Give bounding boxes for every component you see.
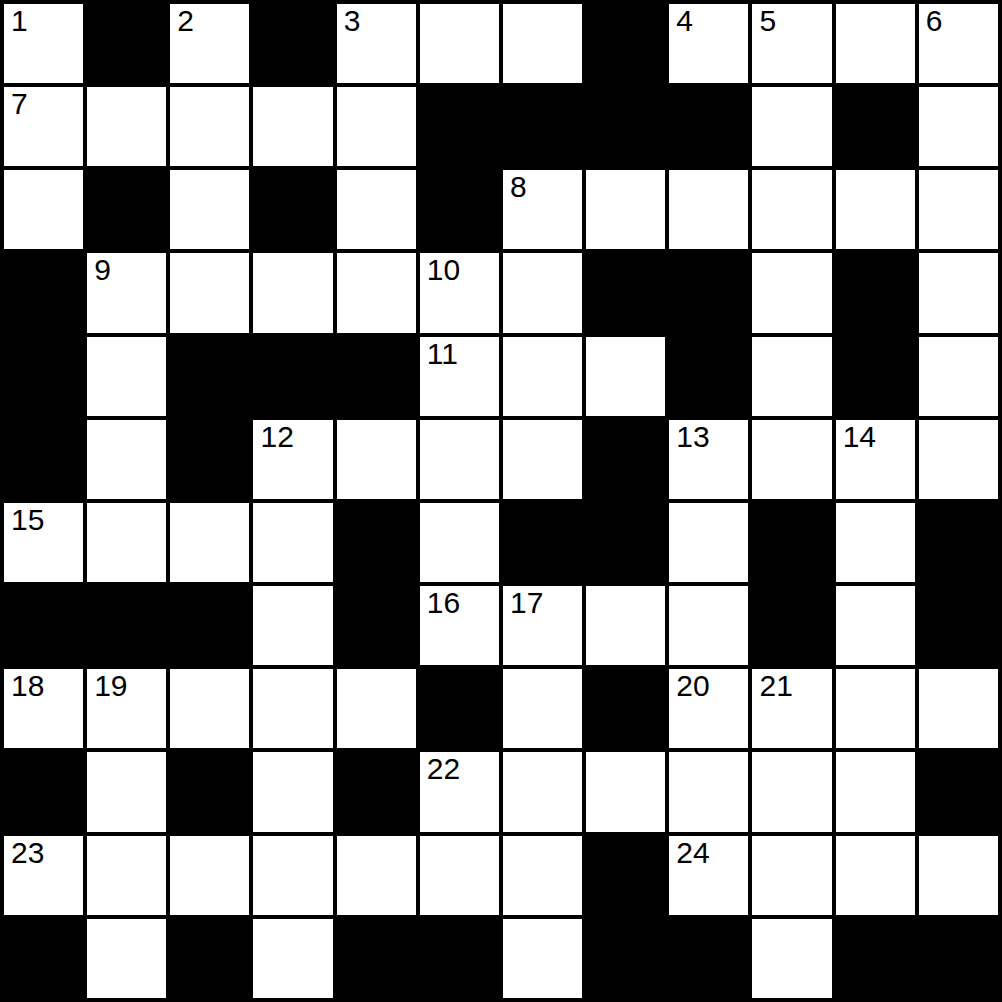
white-cell-r3c11[interactable]: [919, 253, 998, 332]
white-cell-r11c6[interactable]: [503, 919, 582, 998]
clue-number-20: 20: [676, 671, 709, 701]
white-cell-r0c4[interactable]: 3: [337, 4, 416, 83]
white-cell-r3c5[interactable]: 10: [420, 253, 499, 332]
white-cell-r6c0[interactable]: 15: [4, 503, 83, 582]
clue-number-22: 22: [427, 754, 460, 784]
black-cell-r5c2: [170, 420, 249, 499]
clue-number-14: 14: [843, 422, 876, 452]
white-cell-r10c5[interactable]: [420, 836, 499, 915]
white-cell-r10c1[interactable]: [87, 836, 166, 915]
clue-number-23: 23: [11, 838, 44, 868]
white-cell-r2c0[interactable]: [4, 170, 83, 249]
white-cell-r0c2[interactable]: 2: [170, 4, 249, 83]
white-cell-r7c7[interactable]: [586, 586, 665, 665]
white-cell-r2c6[interactable]: 8: [503, 170, 582, 249]
white-cell-r3c2[interactable]: [170, 253, 249, 332]
white-cell-r1c2[interactable]: [170, 87, 249, 166]
white-cell-r4c7[interactable]: [586, 337, 665, 416]
white-cell-r8c2[interactable]: [170, 669, 249, 748]
white-cell-r10c10[interactable]: [836, 836, 915, 915]
black-cell-r11c0: [4, 919, 83, 998]
black-cell-r11c2: [170, 919, 249, 998]
black-cell-r1c10: [836, 87, 915, 166]
white-cell-r5c9[interactable]: [752, 420, 831, 499]
white-cell-r11c3[interactable]: [253, 919, 332, 998]
black-cell-r6c11: [919, 503, 998, 582]
black-cell-r7c4: [337, 586, 416, 665]
white-cell-r8c9[interactable]: 21: [752, 669, 831, 748]
white-cell-r4c6[interactable]: [503, 337, 582, 416]
black-cell-r11c7: [586, 919, 665, 998]
white-cell-r9c10[interactable]: [836, 752, 915, 831]
white-cell-r0c10[interactable]: [836, 4, 915, 83]
white-cell-r4c9[interactable]: [752, 337, 831, 416]
white-cell-r7c10[interactable]: [836, 586, 915, 665]
black-cell-r0c1: [87, 4, 166, 83]
black-cell-r4c10: [836, 337, 915, 416]
clue-number-7: 7: [11, 89, 28, 119]
white-cell-r4c11[interactable]: [919, 337, 998, 416]
white-cell-r5c8[interactable]: 13: [669, 420, 748, 499]
white-cell-r5c4[interactable]: [337, 420, 416, 499]
white-cell-r0c9[interactable]: 5: [752, 4, 831, 83]
clue-number-12: 12: [260, 422, 293, 452]
white-cell-r2c10[interactable]: [836, 170, 915, 249]
black-cell-r3c10: [836, 253, 915, 332]
white-cell-r10c2[interactable]: [170, 836, 249, 915]
black-cell-r4c3: [253, 337, 332, 416]
black-cell-r8c5: [420, 669, 499, 748]
black-cell-r6c4: [337, 503, 416, 582]
white-cell-r8c10[interactable]: [836, 669, 915, 748]
clue-number-21: 21: [759, 671, 792, 701]
white-cell-r0c11[interactable]: 6: [919, 4, 998, 83]
white-cell-r5c5[interactable]: [420, 420, 499, 499]
clue-number-5: 5: [759, 6, 776, 36]
white-cell-r11c9[interactable]: [752, 919, 831, 998]
crossword-board: 123456789101112131415161718192021222324: [0, 0, 1002, 1002]
white-cell-r5c10[interactable]: 14: [836, 420, 915, 499]
black-cell-r3c0: [4, 253, 83, 332]
white-cell-r3c6[interactable]: [503, 253, 582, 332]
black-cell-r1c8: [669, 87, 748, 166]
white-cell-r8c3[interactable]: [253, 669, 332, 748]
white-cell-r8c0[interactable]: 18: [4, 669, 83, 748]
white-cell-r4c5[interactable]: 11: [420, 337, 499, 416]
black-cell-r11c11: [919, 919, 998, 998]
white-cell-r1c0[interactable]: 7: [4, 87, 83, 166]
white-cell-r7c8[interactable]: [669, 586, 748, 665]
white-cell-r0c0[interactable]: 1: [4, 4, 83, 83]
white-cell-r9c1[interactable]: [87, 752, 166, 831]
white-cell-r4c1[interactable]: [87, 337, 166, 416]
clue-number-13: 13: [676, 422, 709, 452]
black-cell-r7c9: [752, 586, 831, 665]
black-cell-r11c8: [669, 919, 748, 998]
black-cell-r9c11: [919, 752, 998, 831]
black-cell-r6c9: [752, 503, 831, 582]
black-cell-r8c7: [586, 669, 665, 748]
white-cell-r3c1[interactable]: 9: [87, 253, 166, 332]
clue-number-19: 19: [94, 671, 127, 701]
black-cell-r2c1: [87, 170, 166, 249]
clue-number-10: 10: [427, 255, 460, 285]
clue-number-4: 4: [676, 6, 693, 36]
white-cell-r2c4[interactable]: [337, 170, 416, 249]
white-cell-r9c7[interactable]: [586, 752, 665, 831]
white-cell-r1c11[interactable]: [919, 87, 998, 166]
black-cell-r7c0: [4, 586, 83, 665]
clue-number-6: 6: [926, 6, 943, 36]
white-cell-r7c5[interactable]: 16: [420, 586, 499, 665]
clue-number-8: 8: [510, 172, 527, 202]
black-cell-r10c7: [586, 836, 665, 915]
white-cell-r9c6[interactable]: [503, 752, 582, 831]
white-cell-r2c9[interactable]: [752, 170, 831, 249]
black-cell-r4c0: [4, 337, 83, 416]
white-cell-r6c8[interactable]: [669, 503, 748, 582]
black-cell-r6c6: [503, 503, 582, 582]
black-cell-r7c2: [170, 586, 249, 665]
white-cell-r11c1[interactable]: [87, 919, 166, 998]
white-cell-r1c4[interactable]: [337, 87, 416, 166]
white-cell-r10c11[interactable]: [919, 836, 998, 915]
black-cell-r2c3: [253, 170, 332, 249]
white-cell-r10c0[interactable]: 23: [4, 836, 83, 915]
black-cell-r3c7: [586, 253, 665, 332]
white-cell-r3c4[interactable]: [337, 253, 416, 332]
clue-number-16: 16: [427, 588, 460, 618]
white-cell-r5c6[interactable]: [503, 420, 582, 499]
white-cell-r5c3[interactable]: 12: [253, 420, 332, 499]
black-cell-r1c7: [586, 87, 665, 166]
black-cell-r9c2: [170, 752, 249, 831]
white-cell-r0c6[interactable]: [503, 4, 582, 83]
white-cell-r7c6[interactable]: 17: [503, 586, 582, 665]
white-cell-r10c3[interactable]: [253, 836, 332, 915]
white-cell-r2c2[interactable]: [170, 170, 249, 249]
clue-number-1: 1: [11, 6, 28, 36]
black-cell-r4c4: [337, 337, 416, 416]
white-cell-r9c5[interactable]: 22: [420, 752, 499, 831]
white-cell-r2c7[interactable]: [586, 170, 665, 249]
black-cell-r0c7: [586, 4, 665, 83]
black-cell-r3c8: [669, 253, 748, 332]
white-cell-r10c4[interactable]: [337, 836, 416, 915]
black-cell-r4c2: [170, 337, 249, 416]
white-cell-r10c8[interactable]: 24: [669, 836, 748, 915]
clue-number-24: 24: [676, 838, 709, 868]
black-cell-r0c3: [253, 4, 332, 83]
white-cell-r5c1[interactable]: [87, 420, 166, 499]
white-cell-r2c8[interactable]: [669, 170, 748, 249]
white-cell-r9c3[interactable]: [253, 752, 332, 831]
white-cell-r9c9[interactable]: [752, 752, 831, 831]
white-cell-r0c5[interactable]: [420, 4, 499, 83]
white-cell-r1c1[interactable]: [87, 87, 166, 166]
black-cell-r2c5: [420, 170, 499, 249]
white-cell-r10c6[interactable]: [503, 836, 582, 915]
white-cell-r8c1[interactable]: 19: [87, 669, 166, 748]
white-cell-r8c8[interactable]: 20: [669, 669, 748, 748]
black-cell-r11c4: [337, 919, 416, 998]
clue-number-18: 18: [11, 671, 44, 701]
clue-number-2: 2: [177, 6, 194, 36]
white-cell-r8c6[interactable]: [503, 669, 582, 748]
white-cell-r0c8[interactable]: 4: [669, 4, 748, 83]
black-cell-r6c7: [586, 503, 665, 582]
clue-number-9: 9: [94, 255, 111, 285]
black-cell-r7c11: [919, 586, 998, 665]
white-cell-r6c10[interactable]: [836, 503, 915, 582]
white-cell-r10c9[interactable]: [752, 836, 831, 915]
black-cell-r11c10: [836, 919, 915, 998]
black-cell-r5c7: [586, 420, 665, 499]
clue-number-11: 11: [427, 339, 458, 369]
white-cell-r9c8[interactable]: [669, 752, 748, 831]
white-cell-r2c11[interactable]: [919, 170, 998, 249]
black-cell-r1c6: [503, 87, 582, 166]
white-cell-r1c3[interactable]: [253, 87, 332, 166]
black-cell-r1c5: [420, 87, 499, 166]
black-cell-r4c8: [669, 337, 748, 416]
white-cell-r8c4[interactable]: [337, 669, 416, 748]
clue-number-15: 15: [11, 505, 44, 535]
white-cell-r6c5[interactable]: [420, 503, 499, 582]
black-cell-r5c0: [4, 420, 83, 499]
white-cell-r3c9[interactable]: [752, 253, 831, 332]
white-cell-r6c2[interactable]: [170, 503, 249, 582]
black-cell-r9c0: [4, 752, 83, 831]
clue-number-3: 3: [344, 6, 361, 36]
white-cell-r7c3[interactable]: [253, 586, 332, 665]
white-cell-r8c11[interactable]: [919, 669, 998, 748]
white-cell-r6c1[interactable]: [87, 503, 166, 582]
white-cell-r3c3[interactable]: [253, 253, 332, 332]
white-cell-r5c11[interactable]: [919, 420, 998, 499]
white-cell-r1c9[interactable]: [752, 87, 831, 166]
clue-number-17: 17: [510, 588, 543, 618]
black-cell-r9c4: [337, 752, 416, 831]
black-cell-r7c1: [87, 586, 166, 665]
black-cell-r11c5: [420, 919, 499, 998]
white-cell-r6c3[interactable]: [253, 503, 332, 582]
